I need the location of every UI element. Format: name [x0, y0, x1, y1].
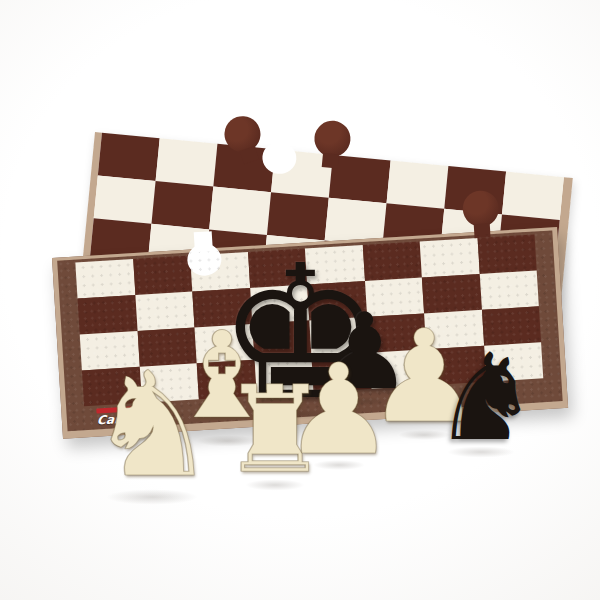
board-square — [250, 284, 310, 323]
board-square — [94, 175, 156, 223]
board-square — [98, 133, 160, 181]
board-square — [364, 277, 424, 316]
brand-logo: Carimbras — [96, 404, 171, 426]
board-square — [78, 295, 138, 334]
board-square — [267, 192, 329, 240]
piece-shadow — [302, 458, 376, 472]
board-square — [426, 346, 486, 385]
piece-shadow — [183, 433, 273, 449]
board-square — [75, 259, 135, 298]
board-square — [135, 291, 195, 330]
board-square — [156, 138, 218, 186]
board-square — [311, 353, 371, 392]
board-square — [139, 363, 199, 402]
piece-shadow — [387, 428, 461, 442]
board-square — [424, 310, 484, 349]
board-square — [197, 360, 257, 399]
board-square — [151, 181, 213, 229]
board-square — [481, 306, 541, 345]
board-square — [137, 327, 197, 366]
board-square — [209, 187, 271, 235]
board-square — [362, 242, 422, 281]
board-square — [307, 281, 367, 320]
board-square — [252, 320, 312, 359]
board-square — [369, 349, 429, 388]
piece-shadow — [233, 477, 317, 493]
piece-shadow — [433, 444, 529, 460]
board-square — [367, 313, 427, 352]
board-square — [309, 317, 369, 356]
board-square — [479, 270, 539, 309]
front-panel-squares — [75, 235, 543, 407]
piece-shadow — [252, 406, 348, 422]
jigsaw-tab-icon — [313, 119, 352, 158]
piece-shadow — [334, 395, 396, 407]
product-photo-chess-set: Carimbras ♚ ♟ ♝ ♟ ♞ ♜ ♟ ♞ — [0, 0, 600, 600]
board-square — [195, 324, 255, 363]
board-square — [422, 274, 482, 313]
board-square — [82, 367, 142, 406]
board-square — [484, 342, 544, 381]
board-square — [420, 238, 480, 277]
board-square — [387, 160, 449, 208]
board-square — [502, 172, 564, 220]
board-square — [192, 288, 252, 327]
logo-text: Carimbras — [97, 410, 172, 427]
board-square — [248, 249, 308, 288]
board-square — [477, 235, 537, 274]
board-square — [133, 256, 193, 295]
board-square — [305, 245, 365, 284]
board-square — [254, 356, 314, 395]
piece-shadow — [87, 486, 217, 508]
board-square — [80, 331, 140, 370]
